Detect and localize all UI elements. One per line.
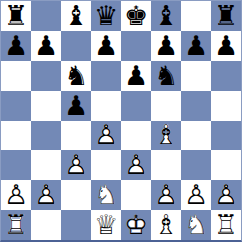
piece-glyph: ♝ [154,2,178,29]
square-c5[interactable]: ♟ [61,91,91,121]
piece-black-pawn[interactable]: ♟ [1,31,31,61]
piece-black-pawn[interactable]: ♟ [181,31,211,61]
square-b1[interactable] [31,210,61,240]
square-g8[interactable] [181,1,211,31]
piece-glyph: ♟ [214,32,238,59]
piece-glyph: ♚ [124,2,148,29]
square-a7[interactable]: ♟ [1,31,31,61]
piece-white-rook[interactable]: ♜♖ [1,210,31,240]
piece-white-pawn[interactable]: ♟♙ [211,180,241,210]
piece-glyph-outline: ♙ [124,151,148,178]
piece-white-pawn[interactable]: ♟♙ [121,150,151,180]
square-g4[interactable] [181,121,211,151]
square-f7[interactable]: ♟ [151,31,181,61]
square-h5[interactable] [211,91,241,121]
square-b3[interactable] [31,150,61,180]
piece-white-knight[interactable]: ♞♘ [91,180,121,210]
piece-glyph: ♛ [94,2,118,29]
piece-glyph: ♟ [94,32,118,59]
piece-glyph-outline: ♖ [4,211,28,238]
piece-white-knight[interactable]: ♞♘ [181,210,211,240]
square-a6[interactable] [1,61,31,91]
square-a5[interactable] [1,91,31,121]
square-c2[interactable] [61,180,91,210]
square-e3[interactable]: ♟♙ [121,150,151,180]
piece-glyph-outline: ♔ [124,211,148,238]
piece-glyph-outline: ♙ [184,181,208,208]
square-b2[interactable]: ♟♙ [31,180,61,210]
square-c8[interactable]: ♝ [61,1,91,31]
piece-white-bishop[interactable]: ♝♗ [151,210,181,240]
piece-black-pawn[interactable]: ♟ [31,31,61,61]
piece-white-pawn[interactable]: ♟♙ [61,150,91,180]
piece-white-queen[interactable]: ♛♕ [91,210,121,240]
square-f8[interactable]: ♝ [151,1,181,31]
piece-black-bishop[interactable]: ♝ [61,1,91,31]
square-b8[interactable] [31,1,61,31]
square-d6[interactable] [91,61,121,91]
piece-glyph: ♟ [34,32,58,59]
square-c3[interactable]: ♟♙ [61,150,91,180]
piece-white-king[interactable]: ♚♔ [121,210,151,240]
square-h3[interactable] [211,150,241,180]
piece-black-pawn[interactable]: ♟ [211,31,241,61]
square-c1[interactable] [61,210,91,240]
square-e4[interactable] [121,121,151,151]
piece-glyph: ♟ [184,32,208,59]
square-f2[interactable]: ♟♙ [151,180,181,210]
piece-glyph: ♟ [154,32,178,59]
square-d3[interactable] [91,150,121,180]
piece-white-bishop[interactable]: ♝♗ [151,121,181,151]
square-d5[interactable] [91,91,121,121]
piece-glyph-outline: ♙ [94,121,118,148]
square-h4[interactable] [211,121,241,151]
square-a3[interactable] [1,150,31,180]
square-e1[interactable]: ♚♔ [121,210,151,240]
piece-white-pawn[interactable]: ♟♙ [181,180,211,210]
piece-glyph-outline: ♙ [214,181,238,208]
piece-glyph-outline: ♙ [34,181,58,208]
piece-black-pawn[interactable]: ♟ [91,31,121,61]
piece-glyph-outline: ♙ [64,151,88,178]
square-d2[interactable]: ♞♘ [91,180,121,210]
piece-black-queen[interactable]: ♛ [91,1,121,31]
piece-white-pawn[interactable]: ♟♙ [91,121,121,151]
square-e2[interactable] [121,180,151,210]
piece-white-rook[interactable]: ♜♖ [211,210,241,240]
square-g7[interactable]: ♟ [181,31,211,61]
piece-glyph-outline: ♙ [154,181,178,208]
square-b4[interactable] [31,121,61,151]
square-c7[interactable] [61,31,91,61]
square-a8[interactable]: ♜ [1,1,31,31]
piece-glyph: ♝ [64,2,88,29]
square-a2[interactable]: ♟♙ [1,180,31,210]
chess-board: ♜♝♛♚♝♜♟♟♟♟♟♟♞♟♞♟♟♙♝♗♟♙♟♙♟♙♟♙♞♘♟♙♟♙♟♙♜♖♛♕… [0,0,242,242]
square-c6[interactable]: ♞ [61,61,91,91]
piece-glyph-outline: ♗ [154,211,178,238]
piece-glyph: ♜ [4,2,28,29]
square-h8[interactable]: ♜ [211,1,241,31]
piece-glyph: ♞ [64,62,88,89]
piece-glyph-outline: ♘ [94,181,118,208]
square-b7[interactable]: ♟ [31,31,61,61]
piece-white-pawn[interactable]: ♟♙ [151,180,181,210]
piece-glyph: ♞ [154,62,178,89]
piece-glyph-outline: ♕ [94,211,118,238]
piece-glyph: ♟ [64,92,88,119]
piece-black-knight[interactable]: ♞ [61,61,91,91]
piece-black-pawn[interactable]: ♟ [61,91,91,121]
square-f6[interactable]: ♞ [151,61,181,91]
piece-glyph-outline: ♘ [184,211,208,238]
piece-glyph: ♟ [4,32,28,59]
square-d4[interactable]: ♟♙ [91,121,121,151]
square-f1[interactable]: ♝♗ [151,210,181,240]
piece-glyph-outline: ♖ [214,211,238,238]
square-d8[interactable]: ♛ [91,1,121,31]
square-a4[interactable] [1,121,31,151]
piece-black-rook[interactable]: ♜ [211,1,241,31]
square-h1[interactable]: ♜♖ [211,210,241,240]
square-c4[interactable] [61,121,91,151]
square-d1[interactable]: ♛♕ [91,210,121,240]
square-g3[interactable] [181,150,211,180]
square-g1[interactable]: ♞♘ [181,210,211,240]
square-h6[interactable] [211,61,241,91]
square-h7[interactable]: ♟ [211,31,241,61]
piece-glyph: ♜ [214,2,238,29]
square-f3[interactable] [151,150,181,180]
piece-black-rook[interactable]: ♜ [1,1,31,31]
piece-glyph-outline: ♗ [154,121,178,148]
piece-glyph-outline: ♙ [4,181,28,208]
piece-black-pawn[interactable]: ♟ [121,61,151,91]
square-f5[interactable] [151,91,181,121]
square-g2[interactable]: ♟♙ [181,180,211,210]
square-a1[interactable]: ♜♖ [1,210,31,240]
piece-black-bishop[interactable]: ♝ [151,1,181,31]
piece-glyph: ♟ [124,62,148,89]
square-g5[interactable] [181,91,211,121]
square-h2[interactable]: ♟♙ [211,180,241,210]
square-e5[interactable] [121,91,151,121]
square-d7[interactable]: ♟ [91,31,121,61]
piece-black-king[interactable]: ♚ [121,1,151,31]
piece-black-knight[interactable]: ♞ [151,61,181,91]
square-e8[interactable]: ♚ [121,1,151,31]
piece-white-pawn[interactable]: ♟♙ [1,180,31,210]
square-b6[interactable] [31,61,61,91]
square-b5[interactable] [31,91,61,121]
square-g6[interactable] [181,61,211,91]
square-f4[interactable]: ♝♗ [151,121,181,151]
square-e6[interactable]: ♟ [121,61,151,91]
piece-black-pawn[interactable]: ♟ [151,31,181,61]
square-e7[interactable] [121,31,151,61]
piece-white-pawn[interactable]: ♟♙ [31,180,61,210]
